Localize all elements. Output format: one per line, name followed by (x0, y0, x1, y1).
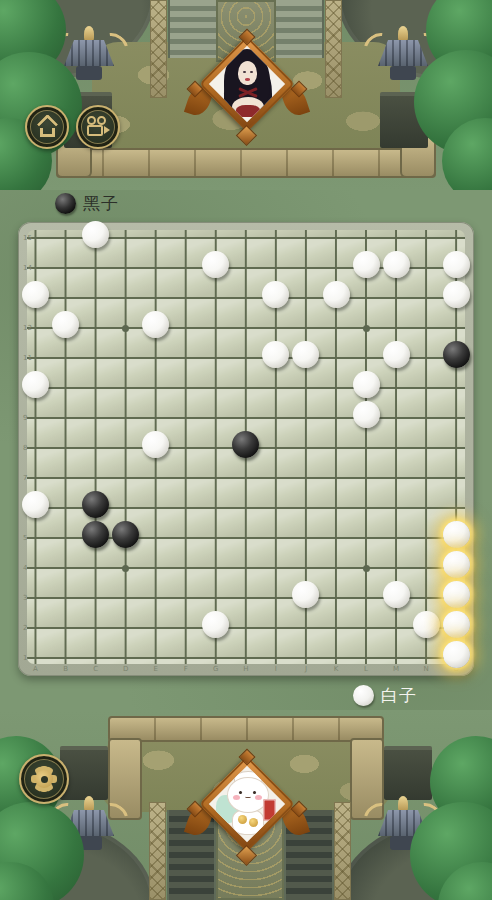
star-point (122, 565, 129, 572)
white-stone (383, 251, 410, 278)
white-stone (292, 341, 319, 368)
white-stone-winning (443, 551, 470, 578)
star-point (363, 325, 370, 332)
row-label: 8 (23, 444, 35, 452)
row-label: 5 (23, 534, 35, 542)
white-stone (52, 311, 79, 338)
gear-icon (30, 765, 58, 793)
carved-pillar (334, 802, 351, 900)
white-stone-winning (443, 611, 470, 638)
white-stone (202, 251, 229, 278)
woman-portrait (209, 46, 285, 122)
black-stone (82, 491, 109, 518)
white-stone (443, 251, 470, 278)
black-label-text: 黑子 (83, 192, 119, 215)
column-label: G (210, 665, 222, 673)
white-stone-winning (443, 581, 470, 608)
column-label: H (240, 665, 252, 673)
column-label: M (390, 665, 402, 673)
home-icon (27, 107, 67, 147)
gomoku-game-screen: 黑子 白子 123456789101112131415ABCDEFGHIJKLM… (0, 0, 492, 900)
row-label: 12 (23, 324, 35, 332)
carved-pillar (150, 0, 167, 98)
white-stone (353, 251, 380, 278)
carved-pillar (149, 802, 166, 900)
column-label: L (360, 665, 372, 673)
white-stone (443, 281, 470, 308)
player-avatar[interactable] (192, 754, 302, 866)
white-stone-winning (443, 641, 470, 668)
frame-pendant (236, 845, 257, 866)
column-label: I (270, 665, 282, 673)
white-player-label: 白子 (353, 684, 417, 707)
row-label: 11 (23, 354, 35, 362)
white-stone (413, 611, 440, 638)
stone-parapet-wall (56, 148, 436, 178)
white-stone (142, 431, 169, 458)
white-stone (262, 281, 289, 308)
opponent-avatar[interactable] (192, 34, 302, 146)
black-stone (232, 431, 259, 458)
black-player-label: 黑子 (55, 192, 119, 215)
white-stone (383, 581, 410, 608)
white-stone (142, 311, 169, 338)
avatar-frame (199, 36, 295, 132)
column-label: K (330, 665, 342, 673)
avatar-frame (199, 756, 295, 852)
white-stone (82, 221, 109, 248)
gomoku-board[interactable]: 123456789101112131415ABCDEFGHIJKLMNO (18, 222, 474, 676)
white-stone (292, 581, 319, 608)
stone-parapet-wall (108, 716, 384, 742)
column-label: J (300, 665, 312, 673)
home-button[interactable] (25, 105, 69, 149)
frame-pendant (236, 125, 257, 146)
video-camera-icon (78, 107, 118, 147)
white-stone (353, 401, 380, 428)
white-stone (323, 281, 350, 308)
replay-record-button[interactable] (76, 105, 120, 149)
white-stone-winning (443, 521, 470, 548)
row-label: 14 (23, 264, 35, 272)
row-label: 3 (23, 594, 35, 602)
white-label-text: 白子 (381, 684, 417, 707)
black-stone (443, 341, 470, 368)
star-point (363, 565, 370, 572)
row-label: 1 (23, 654, 35, 662)
board-grid[interactable] (27, 230, 465, 664)
white-stone (353, 371, 380, 398)
lantern-pedestal (384, 746, 432, 800)
carved-pillar (325, 0, 342, 98)
settings-button[interactable] (19, 754, 69, 804)
row-label: 15 (23, 234, 35, 242)
white-stone (22, 281, 49, 308)
column-label: C (90, 665, 102, 673)
white-stone (262, 341, 289, 368)
star-point (122, 325, 129, 332)
white-stone (22, 371, 49, 398)
black-stone (82, 521, 109, 548)
row-label: 9 (23, 414, 35, 422)
white-stone-icon (353, 685, 374, 706)
cat-portrait (209, 766, 285, 842)
column-label: N (420, 665, 432, 673)
column-label: E (150, 665, 162, 673)
column-label: B (60, 665, 72, 673)
row-label: 2 (23, 624, 35, 632)
column-label: D (120, 665, 132, 673)
white-stone (22, 491, 49, 518)
row-label: 7 (23, 474, 35, 482)
row-label: 4 (23, 564, 35, 572)
black-stone (112, 521, 139, 548)
column-label: F (180, 665, 192, 673)
white-stone (202, 611, 229, 638)
white-stone (383, 341, 410, 368)
column-label: A (30, 665, 42, 673)
black-stone-icon (55, 193, 76, 214)
